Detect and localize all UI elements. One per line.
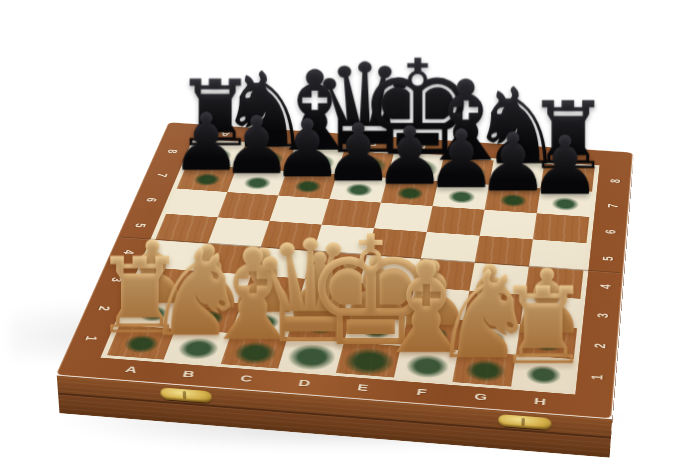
perspective-container: AABBCCDDEEFFGGHH8877665544332211♜♞♝♛♚♝♞♜…: [0, 0, 700, 460]
file-label-near-c: C: [232, 373, 261, 385]
rank-label-right-6: 6: [602, 225, 619, 238]
file-label-near-g: G: [467, 391, 495, 403]
file-label-near-e: E: [349, 382, 377, 394]
black-pawn-h7: ♟: [507, 126, 623, 207]
square-g6: [480, 210, 537, 240]
rank-label-left-6: 6: [141, 194, 161, 206]
white-rook-h1: ♜: [478, 273, 609, 380]
chess-board: AABBCCDDEEFFGGHH8877665544332211♜♞♝♛♚♝♞♜…: [56, 122, 633, 418]
scene: AABBCCDDEEFFGGHH8877665544332211♜♞♝♛♚♝♞♜…: [0, 0, 700, 460]
file-label-near-f: F: [407, 386, 435, 398]
file-label-near-h: H: [526, 396, 554, 408]
file-label-near-a: A: [117, 364, 146, 375]
file-label-near-b: B: [174, 368, 203, 379]
file-label-near-d: D: [290, 377, 319, 389]
square-h6: [533, 213, 589, 243]
